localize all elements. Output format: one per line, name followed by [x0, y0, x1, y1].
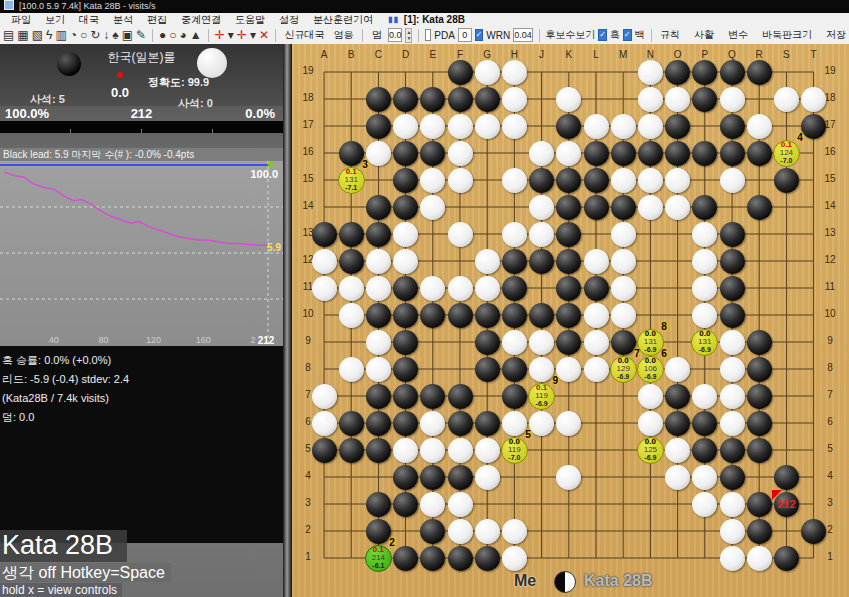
white-stone-H15[interactable] — [502, 168, 527, 193]
white-stone-H1[interactable] — [502, 546, 527, 571]
white-stone-K16[interactable] — [556, 141, 581, 166]
white-stone-G2[interactable] — [475, 519, 500, 544]
svg-text:212: 212 — [258, 335, 275, 346]
pda-checkbox[interactable] — [425, 29, 432, 41]
file-new-icon[interactable]: ▤ — [3, 27, 14, 43]
coord-left-2: 2 — [298, 524, 318, 535]
black-stone-N16[interactable] — [638, 141, 663, 166]
black-stone-G1[interactable] — [475, 546, 500, 571]
white-stone-A11[interactable] — [312, 276, 337, 301]
black-stone-E4[interactable] — [420, 465, 445, 490]
go-board[interactable]: ABCDEFGHJKLMNOPQRST191918181717161615151… — [292, 44, 849, 597]
white-stone-Q2[interactable] — [720, 519, 745, 544]
black-stone-Q13[interactable] — [720, 222, 745, 247]
white-stone-M17[interactable] — [611, 114, 636, 139]
coord-top-P: P — [695, 49, 715, 60]
white-stone-Q18[interactable] — [720, 87, 745, 112]
black-stone-G9[interactable] — [475, 330, 500, 355]
show-white-checkbox[interactable]: ✓ — [623, 29, 632, 41]
black-stone-S15[interactable] — [774, 168, 799, 193]
toolbar-button-규칙[interactable]: 규칙 — [657, 28, 683, 42]
white-stone-O4[interactable] — [665, 465, 690, 490]
black-stone-K9[interactable] — [556, 330, 581, 355]
white-stone-H18[interactable] — [502, 87, 527, 112]
color-toggle-icon[interactable] — [554, 571, 576, 593]
wrn-input[interactable]: 0.04 — [513, 28, 533, 42]
white-stone-L10[interactable] — [584, 303, 609, 328]
svg-text:120: 120 — [146, 335, 161, 345]
black-stone-J12[interactable] — [529, 249, 554, 274]
white-stone-G12[interactable] — [475, 249, 500, 274]
black-stone-C18[interactable] — [366, 87, 391, 112]
coord-top-T: T — [804, 49, 824, 60]
black-stone-Q4[interactable] — [720, 465, 745, 490]
toolbar-button-변수[interactable]: 변수 — [725, 28, 751, 42]
menu-bar: 파일보기대국분석편집중계연결도움말설정분산훈련기여 ▮▮ [1]: Kata 2… — [0, 13, 849, 26]
white-stone-N14[interactable] — [638, 195, 663, 220]
black-stone-D10[interactable] — [393, 303, 418, 328]
black-stone-D11[interactable] — [393, 276, 418, 301]
black-stone-R16[interactable] — [747, 141, 772, 166]
white-stone-O8[interactable] — [665, 357, 690, 382]
black-stone-P16[interactable] — [692, 141, 717, 166]
black-stone-H7[interactable] — [502, 384, 527, 409]
white-stone-K18[interactable] — [556, 87, 581, 112]
black-stone-O17[interactable] — [665, 114, 690, 139]
svg-text:2: 2 — [251, 335, 256, 345]
black-stone-K11[interactable] — [556, 276, 581, 301]
black-stone-F7[interactable] — [448, 384, 473, 409]
stat-engine: (Kata28B / 7.4k visits) — [2, 389, 285, 408]
white-stone-Q1[interactable] — [720, 546, 745, 571]
white-stone-N17[interactable] — [638, 114, 663, 139]
black-stone-L11[interactable] — [584, 276, 609, 301]
red-cross-icon[interactable]: ✛ — [215, 27, 225, 43]
winrate-graph[interactable]: 100.05.940801201602212 — [0, 161, 283, 346]
menu-item-설정[interactable]: 설정 — [272, 13, 306, 27]
toolbar-button-사활[interactable]: 사활 — [691, 28, 717, 42]
resume-button[interactable]: 염응 — [330, 28, 356, 42]
black-stone-J15[interactable] — [529, 168, 554, 193]
menu-item-중계연결[interactable]: 중계연결 — [174, 13, 228, 27]
white-stone-R17[interactable] — [747, 114, 772, 139]
white-stone-G19[interactable] — [475, 60, 500, 85]
chart-icon[interactable]: ▥ — [55, 27, 66, 43]
komi-input[interactable]: 0.0 — [388, 28, 403, 42]
white-stone-N15[interactable] — [638, 168, 663, 193]
black-stone-C5[interactable] — [366, 438, 391, 463]
white-stone-B8[interactable] — [339, 357, 364, 382]
white-stone-M10[interactable] — [611, 303, 636, 328]
dropdown-icon[interactable]: ▾ — [228, 27, 234, 43]
black-stone-C17[interactable] — [366, 114, 391, 139]
black-stone-E18[interactable] — [420, 87, 445, 112]
black-stone-A13[interactable] — [312, 222, 337, 247]
black-stone-D8[interactable] — [393, 357, 418, 382]
white-stone-C9[interactable] — [366, 330, 391, 355]
black-stone-F4[interactable] — [448, 465, 473, 490]
menu-item-분석[interactable]: 분석 — [106, 13, 140, 27]
lightning-icon[interactable]: ϟ — [46, 27, 52, 43]
pencil-icon[interactable]: ✎ — [136, 27, 146, 43]
review-stone-icon[interactable]: ◕ — [180, 27, 187, 43]
black-stone-B16[interactable] — [339, 141, 364, 166]
white-stone-G4[interactable] — [475, 465, 500, 490]
lead-strip: Black lead: 5.9 마지막 수(# ): -0.0% -0.4pts — [0, 148, 286, 161]
white-stone-E5[interactable] — [420, 438, 445, 463]
black-stone-H10[interactable] — [502, 303, 527, 328]
black-stone-P18[interactable] — [692, 87, 717, 112]
black-stone-H12[interactable] — [502, 249, 527, 274]
white-stone-C8[interactable] — [366, 357, 391, 382]
white-stone-L9[interactable] — [584, 330, 609, 355]
black-stone-B6[interactable] — [339, 411, 364, 436]
white-stone-P13[interactable] — [692, 222, 717, 247]
candidate-rank: 3 — [362, 159, 368, 170]
pause-icon[interactable]: ▮▮ — [388, 15, 399, 24]
stop-button[interactable]: 멈 — [369, 28, 385, 42]
white-stone-Q15[interactable] — [720, 168, 745, 193]
last-move-marker: 212 — [774, 492, 799, 517]
candidate-move-S16[interactable]: 0.1124-7.04 — [773, 140, 800, 167]
save-icon[interactable]: ▧ — [32, 27, 43, 43]
white-stone-A7[interactable] — [312, 384, 337, 409]
white-stone-M15[interactable] — [611, 168, 636, 193]
black-stone-O19[interactable] — [665, 60, 690, 85]
candidate-move-N5[interactable]: 0.0125-6.9 — [637, 437, 664, 464]
white-stone-C16[interactable] — [366, 141, 391, 166]
white-stone-J6[interactable] — [529, 411, 554, 436]
black-stone-icon[interactable]: ● — [159, 27, 166, 43]
menu-item-보기[interactable]: 보기 — [38, 13, 72, 27]
white-stone-S18[interactable] — [774, 87, 799, 112]
black-stone-E2[interactable] — [420, 519, 445, 544]
white-stone-M12[interactable] — [611, 249, 636, 274]
menu-item-파일[interactable]: 파일 — [4, 13, 38, 27]
white-stone-L12[interactable] — [584, 249, 609, 274]
white-stone-J13[interactable] — [529, 222, 554, 247]
white-stone-K6[interactable] — [556, 411, 581, 436]
black-stone-T17[interactable] — [801, 114, 826, 139]
white-stone-Q8[interactable] — [720, 357, 745, 382]
white-stone-P4[interactable] — [692, 465, 717, 490]
black-stone-C10[interactable] — [366, 303, 391, 328]
black-stone-P14[interactable] — [692, 195, 717, 220]
white-stone-M11[interactable] — [611, 276, 636, 301]
white-stone-T18[interactable] — [801, 87, 826, 112]
black-stone-K10[interactable] — [556, 303, 581, 328]
white-stone-L8[interactable] — [584, 357, 609, 382]
coord-right-8: 8 — [820, 362, 840, 373]
black-stone-C6[interactable] — [366, 411, 391, 436]
white-stone-N6[interactable] — [638, 411, 663, 436]
black-stone-P5[interactable] — [692, 438, 717, 463]
white-stone-E14[interactable] — [420, 195, 445, 220]
white-stone-A12[interactable] — [312, 249, 337, 274]
white-stone-D17[interactable] — [393, 114, 418, 139]
black-stone-R19[interactable] — [747, 60, 772, 85]
coord-left-1: 1 — [298, 551, 318, 562]
black-stone-B13[interactable] — [339, 222, 364, 247]
black-stone-R8[interactable] — [747, 357, 772, 382]
white-label: 백 — [635, 28, 645, 42]
black-stone-D16[interactable] — [393, 141, 418, 166]
delete-mark-icon[interactable]: ✕ — [259, 27, 269, 43]
black-stone-K15[interactable] — [556, 168, 581, 193]
black-stone-E16[interactable] — [420, 141, 445, 166]
coord-top-O: O — [668, 49, 688, 60]
file-open-icon[interactable]: ▦ — [17, 27, 28, 43]
black-stone-O16[interactable] — [665, 141, 690, 166]
black-stone-C3[interactable] — [366, 492, 391, 517]
black-stone-B5[interactable] — [339, 438, 364, 463]
coord-right-12: 12 — [820, 254, 840, 265]
white-stone-F17[interactable] — [448, 114, 473, 139]
menu-item-분산훈련기여[interactable]: 분산훈련기여 — [306, 13, 380, 27]
white-stone-F3[interactable] — [448, 492, 473, 517]
black-stone-R14[interactable] — [747, 195, 772, 220]
white-stone-E6[interactable] — [420, 411, 445, 436]
white-stone-O14[interactable] — [665, 195, 690, 220]
spade-icon[interactable]: ♠ — [112, 27, 118, 43]
black-stone-F10[interactable] — [448, 303, 473, 328]
players-header: 한국(일본)룰 정확도: 99.9 사석: 5 0.0 사석: 0 — [0, 44, 283, 106]
candidate-move-C1[interactable]: 0.1214-6.12 — [365, 545, 392, 572]
white-stone-R1[interactable] — [747, 546, 772, 571]
black-stone-M16[interactable] — [611, 141, 636, 166]
black-stone-G6[interactable] — [475, 411, 500, 436]
white-stone-E11[interactable] — [420, 276, 445, 301]
circle-icon[interactable]: ○ — [80, 27, 87, 43]
black-stone-G8[interactable] — [475, 357, 500, 382]
black-stone-H8[interactable] — [502, 357, 527, 382]
white-stone-H17[interactable] — [502, 114, 527, 139]
white-stone-J16[interactable] — [529, 141, 554, 166]
black-stone-R7[interactable] — [747, 384, 772, 409]
white-stone-O5[interactable] — [665, 438, 690, 463]
pointer-icon[interactable]: ▲ — [190, 27, 202, 43]
white-stone-F5[interactable] — [448, 438, 473, 463]
white-stone-N19[interactable] — [638, 60, 663, 85]
black-stone-D14[interactable] — [393, 195, 418, 220]
black-stone-D18[interactable] — [393, 87, 418, 112]
black-stone-R2[interactable] — [747, 519, 772, 544]
white-stone-H6[interactable] — [502, 411, 527, 436]
white-stone-O18[interactable] — [665, 87, 690, 112]
candidate-move-B15[interactable]: 0.1131-7.13 — [338, 167, 365, 194]
black-stone-E10[interactable] — [420, 303, 445, 328]
black-stone-Q5[interactable] — [720, 438, 745, 463]
white-stone-D12[interactable] — [393, 249, 418, 274]
black-stone-R9[interactable] — [747, 330, 772, 355]
white-stone-C11[interactable] — [366, 276, 391, 301]
black-stone-R6[interactable] — [747, 411, 772, 436]
white-stone-B11[interactable] — [339, 276, 364, 301]
black-stone-P6[interactable] — [692, 411, 717, 436]
white-stone-J9[interactable] — [529, 330, 554, 355]
candidate-move-H5[interactable]: 0.0119-7.05 — [501, 437, 528, 464]
white-stone-B10[interactable] — [339, 303, 364, 328]
white-stone-K8[interactable] — [556, 357, 581, 382]
white-stone-G11[interactable] — [475, 276, 500, 301]
black-stone-P19[interactable] — [692, 60, 717, 85]
toolbar-separator — [152, 29, 153, 42]
white-stone-E17[interactable] — [420, 114, 445, 139]
black-stone-S4[interactable] — [774, 465, 799, 490]
white-stone-P10[interactable] — [692, 303, 717, 328]
candidate-move-N8[interactable]: 0.0106-6.96 — [637, 356, 664, 383]
candidate-score: -6.9 — [617, 373, 629, 381]
white-stone-H13[interactable] — [502, 222, 527, 247]
black-stone-K17[interactable] — [556, 114, 581, 139]
komi-spinner[interactable]: ▲▼ — [405, 28, 412, 43]
white-stone-E3[interactable] — [420, 492, 445, 517]
black-stone-D15[interactable] — [393, 168, 418, 193]
new-game-button[interactable]: 신규대국 — [281, 28, 327, 42]
black-stone-Q19[interactable] — [720, 60, 745, 85]
black-stone-K12[interactable] — [556, 249, 581, 274]
black-stone-K13[interactable] — [556, 222, 581, 247]
black-stone-R3[interactable] — [747, 492, 772, 517]
black-stone-D9[interactable] — [393, 330, 418, 355]
candidate-move-P9[interactable]: 0.0131-6.9 — [691, 329, 718, 356]
black-stone-Q12[interactable] — [720, 249, 745, 274]
toolbar-button-바둑판크기[interactable]: 바둑판크기 — [759, 28, 815, 42]
white-stone-P11[interactable] — [692, 276, 717, 301]
white-stone-Q7[interactable] — [720, 384, 745, 409]
down-arrow-icon[interactable]: ↓ — [103, 27, 109, 43]
black-stone-J10[interactable] — [529, 303, 554, 328]
black-stone-C13[interactable] — [366, 222, 391, 247]
frame-icon[interactable]: ▣ — [122, 27, 133, 43]
black-stone-Q17[interactable] — [720, 114, 745, 139]
white-stone-F16[interactable] — [448, 141, 473, 166]
black-stone-L16[interactable] — [584, 141, 609, 166]
coord-right-13: 13 — [820, 227, 840, 238]
pda-input[interactable]: 0 — [458, 28, 472, 42]
white-stone-H9[interactable] — [502, 330, 527, 355]
black-stone-F18[interactable] — [448, 87, 473, 112]
white-stone-G17[interactable] — [475, 114, 500, 139]
white-stone-E15[interactable] — [420, 168, 445, 193]
candidate-move-J7[interactable]: 0.1119-6.99 — [528, 383, 555, 410]
black-stone-H11[interactable] — [502, 276, 527, 301]
white-stone-C12[interactable] — [366, 249, 391, 274]
black-stone-Q10[interactable] — [720, 303, 745, 328]
candidate-move-M8[interactable]: 0.0129-6.97 — [610, 356, 637, 383]
black-stone-Q16[interactable] — [720, 141, 745, 166]
rule-label: 한국(일본)룰 — [0, 49, 283, 66]
black-stone-B12[interactable] — [339, 249, 364, 274]
black-stone-A5[interactable] — [312, 438, 337, 463]
menu-item-도움말[interactable]: 도움말 — [228, 13, 272, 27]
black-stone-C7[interactable] — [366, 384, 391, 409]
black-stone-C14[interactable] — [366, 195, 391, 220]
black-stone-L14[interactable] — [584, 195, 609, 220]
white-stone-J8[interactable] — [529, 357, 554, 382]
black-stone-O7[interactable] — [665, 384, 690, 409]
black-stone-T2[interactable] — [801, 519, 826, 544]
coord-top-B: B — [341, 49, 361, 60]
black-stone-E1[interactable] — [420, 546, 445, 571]
white-stone-G5[interactable] — [475, 438, 500, 463]
white-stone-Q9[interactable] — [720, 330, 745, 355]
black-stone-F19[interactable] — [448, 60, 473, 85]
black-stone-O6[interactable] — [665, 411, 690, 436]
white-stone-P12[interactable] — [692, 249, 717, 274]
candidate-visits: 119 — [535, 392, 548, 400]
toolbar-button-저장[interactable]: 저장 — [823, 28, 849, 42]
white-stone-Q3[interactable] — [720, 492, 745, 517]
refresh-icon[interactable]: ↻ — [90, 27, 100, 43]
black-stone-D4[interactable] — [393, 465, 418, 490]
black-stone-E7[interactable] — [420, 384, 445, 409]
wrn-checkbox[interactable]: ✓ — [475, 29, 484, 41]
white-stone-icon[interactable]: ○ — [169, 27, 176, 43]
white-stone-F15[interactable] — [448, 168, 473, 193]
black-stone-F6[interactable] — [448, 411, 473, 436]
white-stone-Q6[interactable] — [720, 411, 745, 436]
white-stone-J14[interactable] — [529, 195, 554, 220]
white-stone-D5[interactable] — [393, 438, 418, 463]
white-stone-N7[interactable] — [638, 384, 663, 409]
coord-left-3: 3 — [298, 497, 318, 508]
black-stone-D1[interactable] — [393, 546, 418, 571]
black-stone-D7[interactable] — [393, 384, 418, 409]
window-title: [100.0 5.9 7.4k] Kata 28B - visits/s — [19, 1, 156, 11]
candidate-visits: 124 — [780, 149, 793, 157]
white-stone-P7[interactable] — [692, 384, 717, 409]
white-stone-H2[interactable] — [502, 519, 527, 544]
black-stone-G18[interactable] — [475, 87, 500, 112]
black-stone-D3[interactable] — [393, 492, 418, 517]
white-stone-D13[interactable] — [393, 222, 418, 247]
white-stone-M13[interactable] — [611, 222, 636, 247]
red-cross2-icon[interactable]: ✛ — [237, 27, 247, 43]
show-black-checkbox[interactable]: ✓ — [598, 29, 607, 41]
white-stone-N18[interactable] — [638, 87, 663, 112]
candidate-visits: 131 — [345, 176, 358, 184]
menu-item-대국[interactable]: 대국 — [72, 13, 106, 27]
black-stone-L15[interactable] — [584, 168, 609, 193]
black-stone-K14[interactable] — [556, 195, 581, 220]
black-stone-M14[interactable] — [611, 195, 636, 220]
white-stone-F13[interactable] — [448, 222, 473, 247]
black-stone-C2[interactable] — [366, 519, 391, 544]
black-stone-F1[interactable] — [448, 546, 473, 571]
candidate-move-N9[interactable]: 0.0131-6.98 — [637, 329, 664, 356]
clock-icon[interactable]: ◔ — [70, 27, 77, 43]
white-stone-A6[interactable] — [312, 411, 337, 436]
white-stone-K4[interactable] — [556, 465, 581, 490]
white-stone-F11[interactable] — [448, 276, 473, 301]
dropdown2-icon[interactable]: ▾ — [250, 27, 256, 43]
black-stone-R5[interactable] — [747, 438, 772, 463]
white-stone-F2[interactable] — [448, 519, 473, 544]
black-stone-D6[interactable] — [393, 411, 418, 436]
black-stone-G10[interactable] — [475, 303, 500, 328]
white-stone-P3[interactable] — [692, 492, 717, 517]
black-stone-M9[interactable] — [611, 330, 636, 355]
white-stone-H19[interactable] — [502, 60, 527, 85]
menu-item-편집[interactable]: 편집 — [140, 13, 174, 27]
white-stone-O15[interactable] — [665, 168, 690, 193]
white-stone-L17[interactable] — [584, 114, 609, 139]
candidate-visits: 131 — [644, 338, 657, 346]
coord-left-19: 19 — [298, 65, 318, 76]
black-stone-S1[interactable] — [774, 546, 799, 571]
black-stone-Q11[interactable] — [720, 276, 745, 301]
